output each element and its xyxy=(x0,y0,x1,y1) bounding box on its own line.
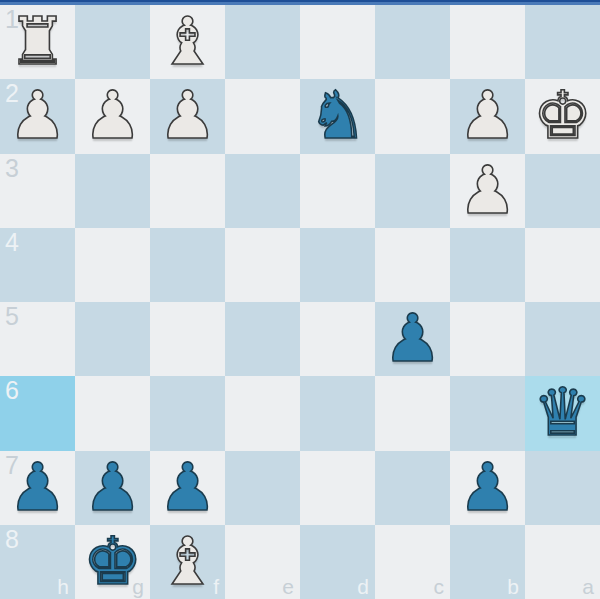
square-h5[interactable]: 5 xyxy=(0,302,75,376)
square-c2[interactable] xyxy=(375,79,450,153)
square-e8[interactable]: e xyxy=(225,525,300,599)
square-h7[interactable]: 7♟ xyxy=(0,451,75,525)
black-pawn-g7[interactable]: ♟ xyxy=(75,451,150,525)
black-queen-a6[interactable]: ♛ xyxy=(525,376,600,450)
square-h2[interactable]: 2♟ xyxy=(0,79,75,153)
rank-label-6: 6 xyxy=(5,376,19,404)
white-king-a2[interactable]: ♚ xyxy=(525,79,600,153)
square-f5[interactable] xyxy=(150,302,225,376)
square-e5[interactable] xyxy=(225,302,300,376)
white-pawn-f2[interactable]: ♟ xyxy=(150,79,225,153)
square-g1[interactable] xyxy=(75,5,150,79)
square-g4[interactable] xyxy=(75,228,150,302)
square-f7[interactable]: ♟ xyxy=(150,451,225,525)
square-g7[interactable]: ♟ xyxy=(75,451,150,525)
square-a8[interactable]: a xyxy=(525,525,600,599)
black-pawn-f7[interactable]: ♟ xyxy=(150,451,225,525)
file-label-a: a xyxy=(582,575,594,599)
black-king-g8[interactable]: ♚ xyxy=(75,525,150,599)
black-pawn-b7[interactable]: ♟ xyxy=(450,451,525,525)
white-pawn-b2[interactable]: ♟ xyxy=(450,79,525,153)
square-b4[interactable] xyxy=(450,228,525,302)
square-h3[interactable]: 3 xyxy=(0,154,75,228)
square-a7[interactable] xyxy=(525,451,600,525)
rank-label-8: 8 xyxy=(5,525,19,553)
square-b6[interactable] xyxy=(450,376,525,450)
square-a4[interactable] xyxy=(525,228,600,302)
chess-board: 1♜♝2♟♟♟♞♟♚3♟45♟6♛7♟♟♟♟8hg♚f♝edcba xyxy=(0,5,600,599)
square-d6[interactable] xyxy=(300,376,375,450)
square-b3[interactable]: ♟ xyxy=(450,154,525,228)
square-e1[interactable] xyxy=(225,5,300,79)
square-g6[interactable] xyxy=(75,376,150,450)
square-c6[interactable] xyxy=(375,376,450,450)
white-rook-h1[interactable]: ♜ xyxy=(0,5,75,79)
square-b8[interactable]: b xyxy=(450,525,525,599)
square-d3[interactable] xyxy=(300,154,375,228)
square-e4[interactable] xyxy=(225,228,300,302)
black-pawn-h7[interactable]: ♟ xyxy=(0,451,75,525)
square-b2[interactable]: ♟ xyxy=(450,79,525,153)
square-f2[interactable]: ♟ xyxy=(150,79,225,153)
square-d7[interactable] xyxy=(300,451,375,525)
white-pawn-b3[interactable]: ♟ xyxy=(450,154,525,228)
white-bishop-f1[interactable]: ♝ xyxy=(150,5,225,79)
square-e3[interactable] xyxy=(225,154,300,228)
white-pawn-h2[interactable]: ♟ xyxy=(0,79,75,153)
square-g2[interactable]: ♟ xyxy=(75,79,150,153)
square-b7[interactable]: ♟ xyxy=(450,451,525,525)
square-d5[interactable] xyxy=(300,302,375,376)
white-pawn-g2[interactable]: ♟ xyxy=(75,79,150,153)
square-e7[interactable] xyxy=(225,451,300,525)
square-c3[interactable] xyxy=(375,154,450,228)
square-c5[interactable]: ♟ xyxy=(375,302,450,376)
square-a2[interactable]: ♚ xyxy=(525,79,600,153)
rank-label-3: 3 xyxy=(5,154,19,182)
chess-app: 1♜♝2♟♟♟♞♟♚3♟45♟6♛7♟♟♟♟8hg♚f♝edcba xyxy=(0,0,600,599)
square-h1[interactable]: 1♜ xyxy=(0,5,75,79)
rank-label-5: 5 xyxy=(5,302,19,330)
file-label-e: e xyxy=(282,575,294,599)
square-c1[interactable] xyxy=(375,5,450,79)
square-d2[interactable]: ♞ xyxy=(300,79,375,153)
square-d8[interactable]: d xyxy=(300,525,375,599)
white-bishop-f8[interactable]: ♝ xyxy=(150,525,225,599)
square-d4[interactable] xyxy=(300,228,375,302)
square-e6[interactable] xyxy=(225,376,300,450)
black-pawn-c5[interactable]: ♟ xyxy=(375,302,450,376)
square-f8[interactable]: f♝ xyxy=(150,525,225,599)
file-label-c: c xyxy=(434,575,445,599)
square-b5[interactable] xyxy=(450,302,525,376)
square-f3[interactable] xyxy=(150,154,225,228)
square-a1[interactable] xyxy=(525,5,600,79)
square-g3[interactable] xyxy=(75,154,150,228)
square-f6[interactable] xyxy=(150,376,225,450)
square-a5[interactable] xyxy=(525,302,600,376)
square-f1[interactable]: ♝ xyxy=(150,5,225,79)
square-a6[interactable]: ♛ xyxy=(525,376,600,450)
square-h4[interactable]: 4 xyxy=(0,228,75,302)
square-h6[interactable]: 6 xyxy=(0,376,75,450)
square-e2[interactable] xyxy=(225,79,300,153)
rank-label-4: 4 xyxy=(5,228,19,256)
file-label-b: b xyxy=(507,575,519,599)
black-knight-d2[interactable]: ♞ xyxy=(300,79,375,153)
file-label-h: h xyxy=(57,575,69,599)
square-c7[interactable] xyxy=(375,451,450,525)
square-g8[interactable]: g♚ xyxy=(75,525,150,599)
square-c4[interactable] xyxy=(375,228,450,302)
file-label-d: d xyxy=(357,575,369,599)
square-a3[interactable] xyxy=(525,154,600,228)
square-d1[interactable] xyxy=(300,5,375,79)
square-c8[interactable]: c xyxy=(375,525,450,599)
square-h8[interactable]: 8h xyxy=(0,525,75,599)
square-g5[interactable] xyxy=(75,302,150,376)
square-f4[interactable] xyxy=(150,228,225,302)
square-b1[interactable] xyxy=(450,5,525,79)
